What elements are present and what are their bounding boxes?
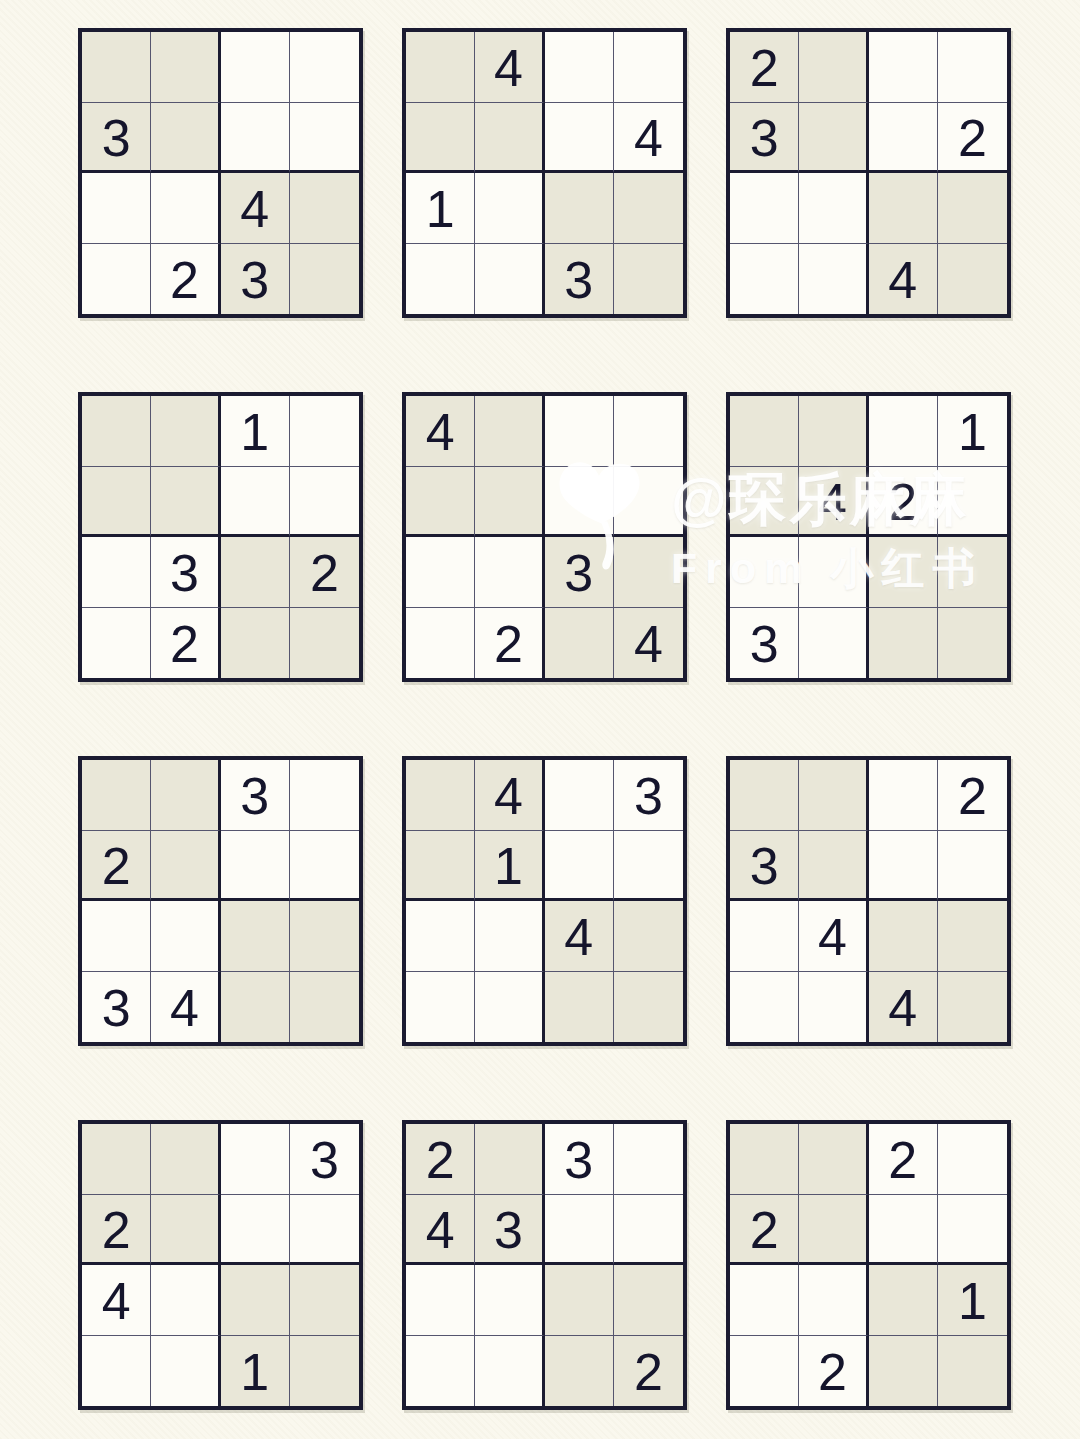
cell-given-b10-r4c3: 1 xyxy=(221,1336,290,1407)
cell-empty-b1-r1c1[interactable] xyxy=(82,32,151,103)
cell-given-b12-r2c1: 2 xyxy=(730,1195,799,1266)
cell-empty-b10-r2c4[interactable] xyxy=(290,1195,359,1266)
cell-given-b8-r1c2: 4 xyxy=(475,760,544,831)
cell-empty-b2-r4c4[interactable] xyxy=(614,244,683,315)
cell-empty-b5-r1c4[interactable] xyxy=(614,396,683,467)
cell-empty-b4-r1c2[interactable] xyxy=(151,396,220,467)
cell-empty-b10-r3c4[interactable] xyxy=(290,1265,359,1336)
cell-empty-b3-r3c1[interactable] xyxy=(730,173,799,244)
cell-empty-b1-r4c4[interactable] xyxy=(290,244,359,315)
cell-empty-b3-r1c4[interactable] xyxy=(938,32,1007,103)
puzzle-sheet: 3423441323241322432414233234431423443241… xyxy=(0,0,1080,1439)
cell-empty-b1-r3c4[interactable] xyxy=(290,173,359,244)
cell-empty-b6-r3c1[interactable] xyxy=(730,537,799,608)
cell-empty-b4-r4c1[interactable] xyxy=(82,608,151,679)
cell-empty-b1-r2c3[interactable] xyxy=(221,103,290,174)
cell-given-b11-r1c3: 3 xyxy=(545,1124,614,1195)
cell-empty-b4-r2c3[interactable] xyxy=(221,467,290,538)
cell-given-b10-r2c1: 2 xyxy=(82,1195,151,1266)
cell-empty-b5-r2c1[interactable] xyxy=(406,467,475,538)
cell-empty-b5-r1c3[interactable] xyxy=(545,396,614,467)
cell-given-b9-r4c3: 4 xyxy=(869,972,938,1043)
cell-empty-b7-r1c2[interactable] xyxy=(151,760,220,831)
cell-empty-b2-r2c2[interactable] xyxy=(475,103,544,174)
cell-empty-b10-r1c1[interactable] xyxy=(82,1124,151,1195)
cell-empty-b11-r1c2[interactable] xyxy=(475,1124,544,1195)
cell-empty-b4-r2c1[interactable] xyxy=(82,467,151,538)
cell-empty-b1-r2c4[interactable] xyxy=(290,103,359,174)
cell-empty-b9-r3c1[interactable] xyxy=(730,901,799,972)
cell-empty-b12-r3c3[interactable] xyxy=(869,1265,938,1336)
cell-given-b7-r4c2: 4 xyxy=(151,972,220,1043)
cell-empty-b4-r4c4[interactable] xyxy=(290,608,359,679)
cell-empty-b5-r2c3[interactable] xyxy=(545,467,614,538)
cell-empty-b8-r1c1[interactable] xyxy=(406,760,475,831)
cell-empty-b5-r1c2[interactable] xyxy=(475,396,544,467)
cell-empty-b2-r1c3[interactable] xyxy=(545,32,614,103)
cell-given-b11-r1c1: 2 xyxy=(406,1124,475,1195)
sudoku-board-4: 1322 xyxy=(78,392,363,682)
cell-empty-b2-r3c4[interactable] xyxy=(614,173,683,244)
cell-empty-b8-r3c1[interactable] xyxy=(406,901,475,972)
cell-given-b2-r1c2: 4 xyxy=(475,32,544,103)
cell-given-b12-r1c3: 2 xyxy=(869,1124,938,1195)
cell-given-b9-r3c2: 4 xyxy=(799,901,868,972)
cell-empty-b6-r2c4[interactable] xyxy=(938,467,1007,538)
cell-given-b11-r4c4: 2 xyxy=(614,1336,683,1407)
cell-empty-b3-r3c3[interactable] xyxy=(869,173,938,244)
cell-empty-b12-r2c2[interactable] xyxy=(799,1195,868,1266)
cell-empty-b5-r2c2[interactable] xyxy=(475,467,544,538)
cell-empty-b10-r1c2[interactable] xyxy=(151,1124,220,1195)
cell-empty-b6-r1c3[interactable] xyxy=(869,396,938,467)
cell-empty-b3-r1c2[interactable] xyxy=(799,32,868,103)
cell-empty-b11-r2c3[interactable] xyxy=(545,1195,614,1266)
cell-empty-b3-r4c2[interactable] xyxy=(799,244,868,315)
cell-given-b2-r2c4: 4 xyxy=(614,103,683,174)
cell-empty-b3-r4c1[interactable] xyxy=(730,244,799,315)
sudoku-board-3: 2324 xyxy=(726,28,1011,318)
cell-empty-b9-r2c3[interactable] xyxy=(869,831,938,902)
cell-given-b3-r2c1: 3 xyxy=(730,103,799,174)
cell-empty-b3-r3c4[interactable] xyxy=(938,173,1007,244)
cell-empty-b9-r4c1[interactable] xyxy=(730,972,799,1043)
cell-given-b4-r3c2: 3 xyxy=(151,537,220,608)
cell-empty-b9-r4c4[interactable] xyxy=(938,972,1007,1043)
cell-given-b4-r3c4: 2 xyxy=(290,537,359,608)
sudoku-board-6: 1423 xyxy=(726,392,1011,682)
cell-empty-b5-r4c3[interactable] xyxy=(545,608,614,679)
cell-given-b6-r1c4: 1 xyxy=(938,396,1007,467)
cell-empty-b10-r4c4[interactable] xyxy=(290,1336,359,1407)
cell-empty-b10-r4c2[interactable] xyxy=(151,1336,220,1407)
sudoku-board-9: 2344 xyxy=(726,756,1011,1046)
cell-given-b3-r4c3: 4 xyxy=(869,244,938,315)
cell-empty-b4-r3c1[interactable] xyxy=(82,537,151,608)
cell-empty-b12-r1c1[interactable] xyxy=(730,1124,799,1195)
cell-empty-b4-r2c4[interactable] xyxy=(290,467,359,538)
cell-given-b5-r4c4: 4 xyxy=(614,608,683,679)
cell-given-b7-r2c1: 2 xyxy=(82,831,151,902)
cell-given-b8-r1c4: 3 xyxy=(614,760,683,831)
cell-empty-b9-r2c2[interactable] xyxy=(799,831,868,902)
cell-given-b8-r2c2: 1 xyxy=(475,831,544,902)
cell-empty-b2-r1c1[interactable] xyxy=(406,32,475,103)
sudoku-board-1: 3423 xyxy=(78,28,363,318)
cell-empty-b7-r4c4[interactable] xyxy=(290,972,359,1043)
cell-given-b11-r2c1: 4 xyxy=(406,1195,475,1266)
sudoku-board-5: 4324 xyxy=(402,392,687,682)
cell-empty-b3-r4c4[interactable] xyxy=(938,244,1007,315)
cell-empty-b9-r1c3[interactable] xyxy=(869,760,938,831)
cell-given-b7-r4c1: 3 xyxy=(82,972,151,1043)
cell-given-b1-r4c2: 2 xyxy=(151,244,220,315)
cell-empty-b6-r3c4[interactable] xyxy=(938,537,1007,608)
cell-empty-b7-r1c4[interactable] xyxy=(290,760,359,831)
cell-given-b11-r2c2: 3 xyxy=(475,1195,544,1266)
cell-empty-b11-r4c2[interactable] xyxy=(475,1336,544,1407)
cell-empty-b7-r4c3[interactable] xyxy=(221,972,290,1043)
cell-empty-b10-r2c3[interactable] xyxy=(221,1195,290,1266)
cell-empty-b9-r4c2[interactable] xyxy=(799,972,868,1043)
cell-empty-b8-r4c2[interactable] xyxy=(475,972,544,1043)
cell-empty-b7-r3c2[interactable] xyxy=(151,901,220,972)
cell-empty-b9-r3c3[interactable] xyxy=(869,901,938,972)
cell-empty-b9-r2c4[interactable] xyxy=(938,831,1007,902)
cell-given-b5-r3c3: 3 xyxy=(545,537,614,608)
cell-given-b1-r3c3: 4 xyxy=(221,173,290,244)
cell-empty-b1-r3c1[interactable] xyxy=(82,173,151,244)
cell-given-b5-r4c2: 2 xyxy=(475,608,544,679)
cell-empty-b11-r1c4[interactable] xyxy=(614,1124,683,1195)
cell-empty-b8-r4c3[interactable] xyxy=(545,972,614,1043)
cell-empty-b1-r1c3[interactable] xyxy=(221,32,290,103)
cell-empty-b6-r4c2[interactable] xyxy=(799,608,868,679)
cell-empty-b1-r4c1[interactable] xyxy=(82,244,151,315)
cell-empty-b6-r1c1[interactable] xyxy=(730,396,799,467)
cell-given-b7-r1c3: 3 xyxy=(221,760,290,831)
cell-empty-b8-r1c3[interactable] xyxy=(545,760,614,831)
cell-given-b12-r3c4: 1 xyxy=(938,1265,1007,1336)
cell-given-b6-r4c1: 3 xyxy=(730,608,799,679)
cell-empty-b8-r2c3[interactable] xyxy=(545,831,614,902)
cell-given-b5-r1c1: 4 xyxy=(406,396,475,467)
cell-empty-b12-r2c3[interactable] xyxy=(869,1195,938,1266)
cell-empty-b12-r4c4[interactable] xyxy=(938,1336,1007,1407)
cell-empty-b11-r4c1[interactable] xyxy=(406,1336,475,1407)
cell-empty-b11-r3c4[interactable] xyxy=(614,1265,683,1336)
cell-empty-b1-r2c2[interactable] xyxy=(151,103,220,174)
cell-empty-b12-r4c1[interactable] xyxy=(730,1336,799,1407)
cell-given-b8-r3c3: 4 xyxy=(545,901,614,972)
cell-empty-b12-r1c2[interactable] xyxy=(799,1124,868,1195)
cell-given-b6-r2c2: 4 xyxy=(799,467,868,538)
cell-given-b6-r2c3: 2 xyxy=(869,467,938,538)
cell-empty-b2-r2c1[interactable] xyxy=(406,103,475,174)
cell-empty-b5-r3c4[interactable] xyxy=(614,537,683,608)
sudoku-board-8: 4314 xyxy=(402,756,687,1046)
cell-empty-b6-r2c1[interactable] xyxy=(730,467,799,538)
cell-empty-b10-r1c3[interactable] xyxy=(221,1124,290,1195)
cell-empty-b12-r2c4[interactable] xyxy=(938,1195,1007,1266)
cell-empty-b11-r3c2[interactable] xyxy=(475,1265,544,1336)
sudoku-board-12: 2212 xyxy=(726,1120,1011,1410)
cell-empty-b1-r1c2[interactable] xyxy=(151,32,220,103)
cell-empty-b12-r3c2[interactable] xyxy=(799,1265,868,1336)
cell-empty-b2-r3c2[interactable] xyxy=(475,173,544,244)
cell-empty-b4-r1c1[interactable] xyxy=(82,396,151,467)
sudoku-board-2: 4413 xyxy=(402,28,687,318)
cell-empty-b9-r3c4[interactable] xyxy=(938,901,1007,972)
cell-given-b10-r1c4: 3 xyxy=(290,1124,359,1195)
cell-given-b4-r1c3: 1 xyxy=(221,396,290,467)
cell-empty-b10-r2c2[interactable] xyxy=(151,1195,220,1266)
cell-empty-b7-r2c2[interactable] xyxy=(151,831,220,902)
cell-given-b1-r2c1: 3 xyxy=(82,103,151,174)
cell-empty-b12-r1c4[interactable] xyxy=(938,1124,1007,1195)
cell-empty-b4-r3c3[interactable] xyxy=(221,537,290,608)
cell-empty-b7-r3c3[interactable] xyxy=(221,901,290,972)
cell-empty-b10-r4c1[interactable] xyxy=(82,1336,151,1407)
cell-empty-b7-r2c3[interactable] xyxy=(221,831,290,902)
cell-empty-b10-r3c3[interactable] xyxy=(221,1265,290,1336)
cell-empty-b11-r4c3[interactable] xyxy=(545,1336,614,1407)
cell-given-b3-r2c4: 2 xyxy=(938,103,1007,174)
cell-empty-b6-r1c2[interactable] xyxy=(799,396,868,467)
cell-given-b4-r4c2: 2 xyxy=(151,608,220,679)
cell-given-b9-r1c4: 2 xyxy=(938,760,1007,831)
cell-empty-b4-r4c3[interactable] xyxy=(221,608,290,679)
cell-empty-b4-r2c2[interactable] xyxy=(151,467,220,538)
cell-empty-b5-r4c1[interactable] xyxy=(406,608,475,679)
cell-empty-b6-r3c3[interactable] xyxy=(869,537,938,608)
cell-empty-b5-r2c4[interactable] xyxy=(614,467,683,538)
cell-empty-b7-r3c1[interactable] xyxy=(82,901,151,972)
cell-empty-b2-r3c3[interactable] xyxy=(545,173,614,244)
cell-empty-b11-r3c3[interactable] xyxy=(545,1265,614,1336)
cell-empty-b8-r4c1[interactable] xyxy=(406,972,475,1043)
cell-empty-b1-r3c2[interactable] xyxy=(151,173,220,244)
cell-empty-b11-r2c4[interactable] xyxy=(614,1195,683,1266)
cell-empty-b8-r3c2[interactable] xyxy=(475,901,544,972)
cell-given-b1-r4c3: 3 xyxy=(221,244,290,315)
cell-empty-b12-r3c1[interactable] xyxy=(730,1265,799,1336)
sudoku-board-11: 23432 xyxy=(402,1120,687,1410)
cell-empty-b11-r3c1[interactable] xyxy=(406,1265,475,1336)
cell-empty-b1-r1c4[interactable] xyxy=(290,32,359,103)
cell-empty-b12-r4c3[interactable] xyxy=(869,1336,938,1407)
cell-empty-b6-r4c4[interactable] xyxy=(938,608,1007,679)
sudoku-board-grid: 3423441323241322432414233234431423443241… xyxy=(78,28,1011,1410)
cell-empty-b10-r3c2[interactable] xyxy=(151,1265,220,1336)
cell-empty-b8-r2c1[interactable] xyxy=(406,831,475,902)
cell-empty-b7-r2c4[interactable] xyxy=(290,831,359,902)
cell-empty-b9-r1c1[interactable] xyxy=(730,760,799,831)
cell-empty-b8-r4c4[interactable] xyxy=(614,972,683,1043)
cell-empty-b5-r3c1[interactable] xyxy=(406,537,475,608)
cell-empty-b2-r4c1[interactable] xyxy=(406,244,475,315)
sudoku-board-7: 3234 xyxy=(78,756,363,1046)
cell-given-b2-r3c1: 1 xyxy=(406,173,475,244)
cell-empty-b6-r3c2[interactable] xyxy=(799,537,868,608)
cell-empty-b3-r2c3[interactable] xyxy=(869,103,938,174)
cell-empty-b4-r1c4[interactable] xyxy=(290,396,359,467)
cell-empty-b8-r3c4[interactable] xyxy=(614,901,683,972)
cell-given-b2-r4c3: 3 xyxy=(545,244,614,315)
cell-empty-b2-r1c4[interactable] xyxy=(614,32,683,103)
cell-empty-b7-r3c4[interactable] xyxy=(290,901,359,972)
cell-empty-b2-r4c2[interactable] xyxy=(475,244,544,315)
cell-empty-b8-r2c4[interactable] xyxy=(614,831,683,902)
cell-empty-b3-r2c2[interactable] xyxy=(799,103,868,174)
sudoku-board-10: 3241 xyxy=(78,1120,363,1410)
cell-given-b9-r2c1: 3 xyxy=(730,831,799,902)
cell-given-b3-r1c1: 2 xyxy=(730,32,799,103)
cell-empty-b5-r3c2[interactable] xyxy=(475,537,544,608)
cell-empty-b9-r1c2[interactable] xyxy=(799,760,868,831)
cell-empty-b6-r4c3[interactable] xyxy=(869,608,938,679)
cell-empty-b3-r1c3[interactable] xyxy=(869,32,938,103)
cell-empty-b7-r1c1[interactable] xyxy=(82,760,151,831)
cell-given-b12-r4c2: 2 xyxy=(799,1336,868,1407)
cell-given-b10-r3c1: 4 xyxy=(82,1265,151,1336)
cell-empty-b3-r3c2[interactable] xyxy=(799,173,868,244)
cell-empty-b2-r2c3[interactable] xyxy=(545,103,614,174)
